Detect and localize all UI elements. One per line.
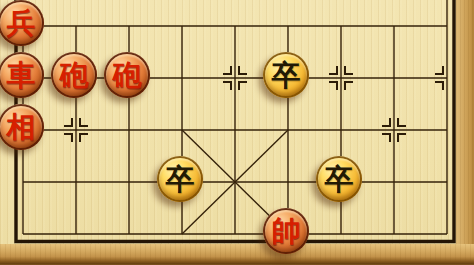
grid-lines xyxy=(23,0,447,234)
piece-red-soldier-a5[interactable]: 兵 xyxy=(0,0,44,46)
piece-red-cannon-c4[interactable]: 砲 xyxy=(104,52,150,98)
piece-red-chariot-a4[interactable]: 車 xyxy=(0,52,44,98)
board-grid xyxy=(0,0,474,265)
table-margin-bottom xyxy=(0,244,474,265)
piece-red-general-f1[interactable]: 帥 xyxy=(263,208,309,254)
table-margin-right xyxy=(456,0,474,265)
piece-black-soldier-g2[interactable]: 卒 xyxy=(316,156,362,202)
piece-black-soldier-d2[interactable]: 卒 xyxy=(157,156,203,202)
piece-red-elephant-a3[interactable]: 相 xyxy=(0,104,44,150)
piece-black-soldier-f4[interactable]: 卒 xyxy=(263,52,309,98)
piece-red-cannon-b4[interactable]: 砲 xyxy=(51,52,97,98)
xiangqi-board[interactable]: 兵車砲砲卒相卒卒帥 xyxy=(0,0,474,265)
